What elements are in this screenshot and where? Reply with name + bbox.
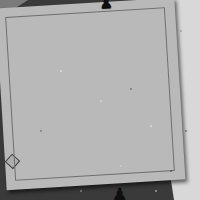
- board-grid: [5, 7, 175, 180]
- captured-black-piece-bottom: ♟: [112, 186, 127, 200]
- captured-black-piece-top: ♟: [99, 0, 113, 11]
- photo-grain: [60, 70, 62, 72]
- photo-of-chessboard: ♟ ♟: [0, 0, 200, 200]
- chess-board: ♟: [0, 0, 185, 190]
